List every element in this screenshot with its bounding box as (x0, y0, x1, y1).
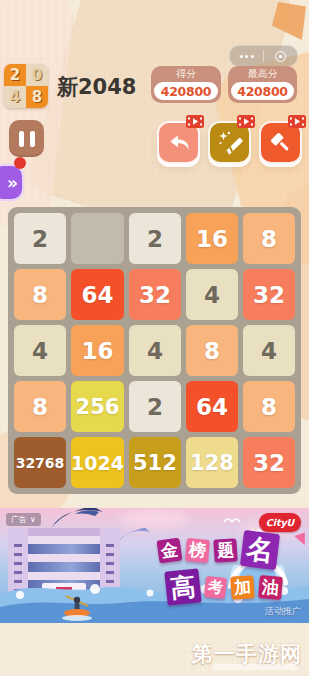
cityu-brand-logo: CityU (259, 513, 301, 532)
logo-tile: 2 (4, 64, 26, 86)
score-label: 得分 (151, 68, 221, 80)
slogan-char: 金 (157, 537, 183, 563)
slogan-char: 加 (230, 575, 255, 600)
tile-64-r3c3: 64 (186, 381, 238, 432)
dolphin-icon (116, 528, 160, 546)
ellipsis-icon (240, 55, 243, 58)
promo-label: 活动推广 (265, 605, 301, 618)
tile-2-r0c2: 2 (129, 213, 181, 264)
logo-tile: 0 (26, 64, 48, 86)
board[interactable]: 2216886432432416484825626483276810245121… (8, 207, 301, 494)
slogan-char: 题 (213, 538, 238, 563)
slogan-line2: 高考加油 (166, 570, 282, 604)
ellipsis-icon (251, 55, 254, 58)
magic-wand-button[interactable] (208, 121, 251, 164)
slogan-line1: 金榜题名 (158, 532, 278, 568)
slogan-char: 榜 (185, 538, 210, 563)
tile-32-r4c4: 32 (243, 437, 295, 488)
miniprogram-capsule (229, 45, 298, 67)
tile-64-r1c1: 64 (71, 269, 124, 320)
best-score-value: 420800 (231, 82, 294, 100)
more-options-button[interactable] (230, 46, 263, 66)
exit-circle-icon (275, 51, 286, 62)
slogan-char: 名 (240, 530, 280, 570)
tile-32768-r4c0: 32768 (14, 437, 66, 488)
tile-8-r0c4: 8 (243, 213, 295, 264)
empty-cell-r0c1 (71, 213, 124, 264)
tile-8-r3c0: 8 (14, 381, 66, 432)
tile-8-r1c0: 8 (14, 269, 66, 320)
best-score-label: 最高分 (228, 68, 297, 80)
hammer-icon (268, 130, 294, 156)
hammer-button[interactable] (259, 121, 302, 164)
video-ad-badge-icon (186, 115, 204, 128)
tile-32-r1c4: 32 (243, 269, 295, 320)
pause-button[interactable] (9, 120, 44, 157)
exit-button[interactable] (264, 46, 297, 66)
chevron-down-icon[interactable]: ∨ (30, 515, 36, 524)
tile-32-r1c2: 32 (129, 269, 181, 320)
pause-icon (19, 131, 24, 147)
magic-wand-icon (217, 130, 243, 156)
kite-icon (294, 533, 308, 548)
slogan-char: 油 (258, 575, 283, 600)
app-screen: 2048 新2048 得分 420800 最高分 420800 » (0, 0, 309, 676)
video-ad-badge-icon (288, 115, 306, 128)
undo-arrow-icon (166, 130, 192, 156)
tile-128-r4c3: 128 (186, 437, 238, 488)
watermark-subtext (213, 664, 299, 670)
double-chevron-right-icon: » (7, 173, 18, 193)
tile-16-r0c3: 16 (186, 213, 238, 264)
expand-drawer-tab[interactable]: » (0, 164, 24, 201)
tile-4-r2c2: 4 (129, 325, 181, 376)
pause-icon (30, 131, 35, 147)
logo-tile: 4 (4, 86, 26, 108)
ellipsis-icon (245, 55, 248, 58)
score-panel: 得分 420800 (151, 66, 221, 103)
score-value: 420800 (154, 82, 218, 100)
logo-tile: 8 (26, 86, 48, 108)
tile-1024-r4c1: 1024 (71, 437, 124, 488)
tile-4-r2c0: 4 (14, 325, 66, 376)
slogan-char: 考 (204, 575, 227, 598)
ad-label: 广告∨ (6, 513, 41, 526)
page-title: 新2048 (57, 73, 136, 101)
undo-button[interactable] (157, 121, 200, 164)
kayaker-illustration (58, 592, 98, 622)
tile-4-r1c3: 4 (186, 269, 238, 320)
tile-2-r3c2: 2 (129, 381, 181, 432)
slogan-char: 高 (164, 568, 201, 605)
tile-8-r3c4: 8 (243, 381, 295, 432)
tile-16-r2c1: 16 (71, 325, 124, 376)
tile-512-r4c2: 512 (129, 437, 181, 488)
notification-dot (14, 157, 26, 169)
banner-ad[interactable]: 广告∨ CityU 金榜题名 高考加油 活动推广 (0, 508, 309, 623)
video-ad-badge-icon (237, 115, 255, 128)
game-logo: 2048 (4, 64, 48, 108)
tile-256-r3c1: 256 (71, 381, 124, 432)
tile-8-r2c3: 8 (186, 325, 238, 376)
best-score-panel: 最高分 420800 (228, 66, 297, 103)
bg-cube-shape (272, 2, 306, 40)
tile-2-r0c0: 2 (14, 213, 66, 264)
tile-4-r2c4: 4 (243, 325, 295, 376)
